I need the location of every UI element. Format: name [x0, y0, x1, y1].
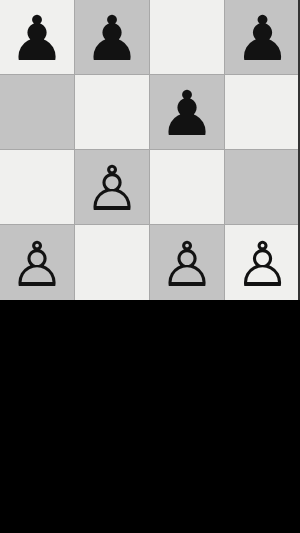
- lower-black-panel: [0, 300, 300, 533]
- black-pawn[interactable]: ♟: [159, 83, 215, 145]
- square-r3c3[interactable]: [150, 150, 225, 225]
- square-r2c1[interactable]: [0, 75, 75, 150]
- white-pawn[interactable]: ♙: [235, 234, 291, 296]
- square-r1c4[interactable]: ♟: [225, 0, 300, 75]
- chess-board: ♟♟♟♟♙♙♙♙: [0, 0, 300, 300]
- square-r2c4[interactable]: [225, 75, 300, 150]
- black-pawn[interactable]: ♟: [9, 8, 65, 70]
- square-r3c1[interactable]: [0, 150, 75, 225]
- square-r4c4[interactable]: ♙: [225, 225, 300, 300]
- square-r1c3[interactable]: [150, 0, 225, 75]
- square-r1c2[interactable]: ♟: [75, 0, 150, 75]
- square-r4c1[interactable]: ♙: [0, 225, 75, 300]
- square-r2c2[interactable]: [75, 75, 150, 150]
- square-r1c1[interactable]: ♟: [0, 0, 75, 75]
- app-screen: ♟♟♟♟♙♙♙♙: [0, 0, 300, 533]
- square-r4c2[interactable]: [75, 225, 150, 300]
- square-r4c3[interactable]: ♙: [150, 225, 225, 300]
- white-pawn[interactable]: ♙: [84, 158, 140, 220]
- board-right-edge-line: [298, 0, 300, 300]
- square-r3c2[interactable]: ♙: [75, 150, 150, 225]
- white-pawn[interactable]: ♙: [9, 234, 65, 296]
- black-pawn[interactable]: ♟: [84, 8, 140, 70]
- black-pawn[interactable]: ♟: [235, 8, 291, 70]
- square-r2c3[interactable]: ♟: [150, 75, 225, 150]
- white-pawn[interactable]: ♙: [159, 234, 215, 296]
- square-r3c4[interactable]: [225, 150, 300, 225]
